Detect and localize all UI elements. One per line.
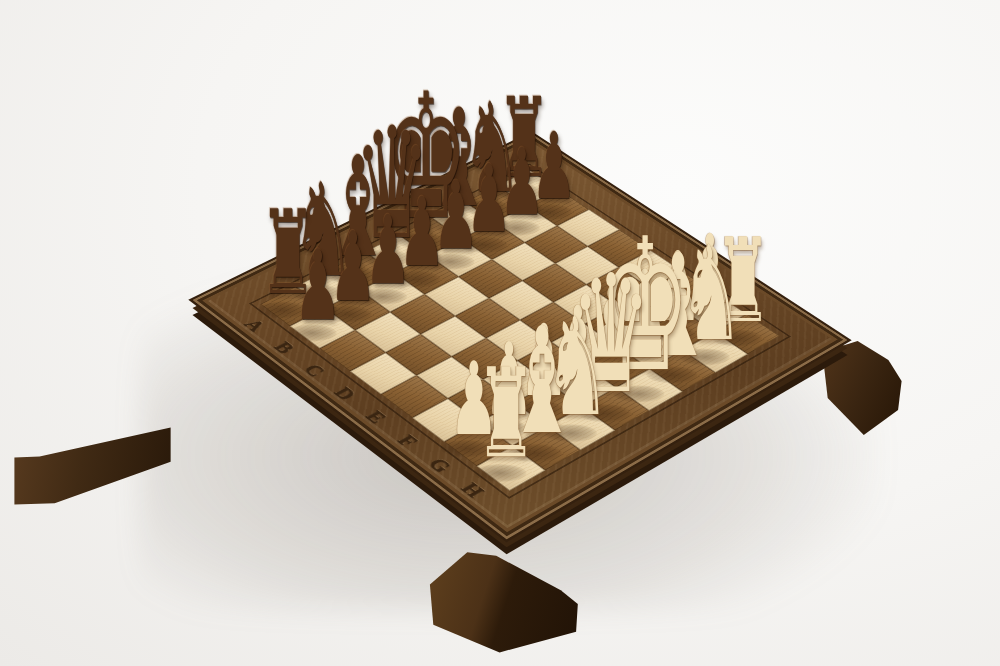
photo-stage: ABCDEFGH ♜♟♟♜♞♟♟♞♝♟♟♝♚♟♟♚♛♟♟♛♝♟♟♞♞♟♟♝♜♟♟… bbox=[0, 0, 1000, 666]
